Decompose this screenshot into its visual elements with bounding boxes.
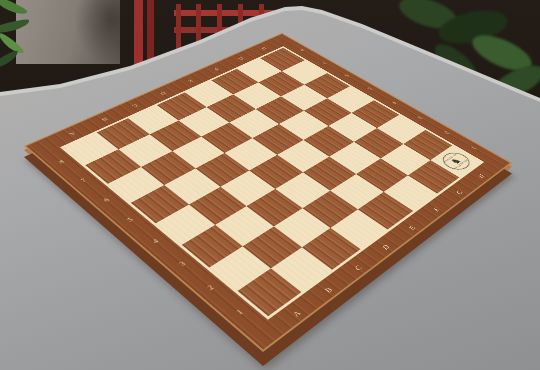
background-cabinet (16, 0, 120, 64)
scene: HOUSE OF♞STAUNTON 88AA77BB66CC55DD44EE33… (0, 0, 540, 370)
